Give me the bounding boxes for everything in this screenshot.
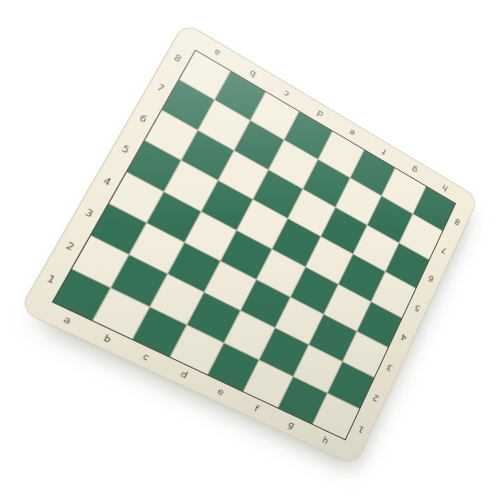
product-photo: abcdefgh abcdefgh 87654321 87654321 (0, 0, 500, 500)
chessboard-grid (52, 49, 456, 440)
chessboard-mat: abcdefgh abcdefgh 87654321 87654321 (20, 23, 478, 465)
